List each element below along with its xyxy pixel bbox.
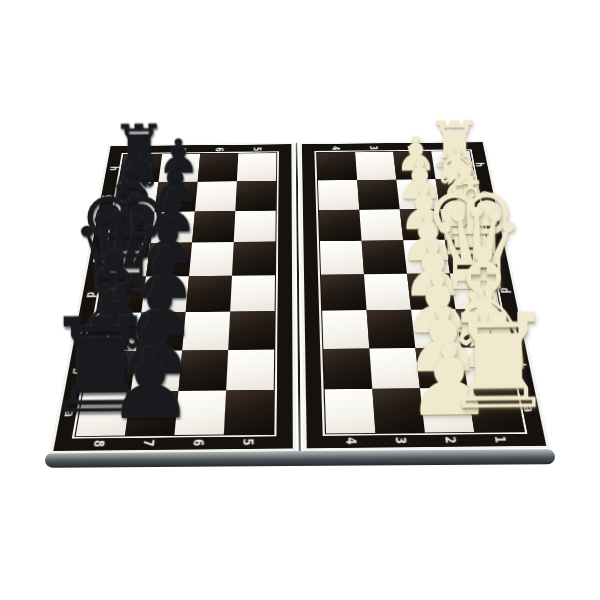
border-cell xyxy=(275,275,293,311)
rank-label-8-back: 8 xyxy=(138,148,149,152)
square-g6[interactable] xyxy=(195,181,237,211)
border-cell: 5 xyxy=(223,434,273,449)
border-cell: 8 xyxy=(73,436,125,451)
square-d5[interactable] xyxy=(230,275,275,311)
border-cell: 3 xyxy=(375,432,426,447)
rank-label-7-front: 7 xyxy=(142,439,157,446)
rank-label-5-front: 5 xyxy=(241,438,255,445)
board-right-half: 4321♟♜h♟♞g♟♝f♟♚e♟♛d♟♝c♟♞b♟♜a4321 xyxy=(299,141,550,451)
square-e5[interactable] xyxy=(232,242,275,276)
border-cell xyxy=(276,153,291,181)
border-cell xyxy=(304,275,322,311)
border-cell: 1 xyxy=(474,431,526,446)
square-h5[interactable] xyxy=(237,153,276,181)
border-cell: 4 xyxy=(326,433,376,448)
rank-label-5-back: 5 xyxy=(252,147,263,151)
rank-label-1-front: 1 xyxy=(493,435,508,442)
white-rook-a1[interactable]: ♜ xyxy=(438,297,556,429)
rank-label-3-back: 3 xyxy=(368,145,379,149)
rank-label-3-front: 3 xyxy=(394,436,409,443)
square-g4[interactable] xyxy=(318,180,359,210)
square-h4[interactable] xyxy=(317,152,357,180)
square-f5[interactable] xyxy=(234,210,276,242)
square-d4[interactable] xyxy=(321,274,367,310)
square-a5[interactable] xyxy=(224,390,274,435)
border-cell xyxy=(274,311,292,349)
square-f4[interactable] xyxy=(319,209,362,241)
square-c4[interactable] xyxy=(322,310,369,349)
square-b4[interactable] xyxy=(323,348,372,389)
rank-label-8-front: 8 xyxy=(92,439,107,446)
border-cell xyxy=(53,436,75,451)
file-label-h-right: h xyxy=(474,162,486,167)
border-cell xyxy=(276,181,292,211)
square-b5[interactable] xyxy=(226,349,274,390)
square-a4[interactable] xyxy=(325,389,376,433)
border-cell xyxy=(275,242,292,276)
border-cell: 7 xyxy=(123,435,174,450)
chess-board: 8765h♜♟g♞♟f♝♟e♚♟d♛♟c♝♟b♞♟a♜♟8765 4321♟♜h… xyxy=(49,141,550,454)
rank-label-2-front: 2 xyxy=(443,436,458,443)
rank-label-6-back: 6 xyxy=(214,147,225,151)
border-cell: 2 xyxy=(425,432,477,447)
square-h3[interactable] xyxy=(355,152,396,180)
square-g5[interactable] xyxy=(235,181,276,211)
square-c5[interactable] xyxy=(228,311,274,350)
square-e4[interactable] xyxy=(320,241,364,275)
border-cell xyxy=(302,152,318,180)
rank-label-7-back: 7 xyxy=(176,147,187,151)
border-cell: 6 xyxy=(173,435,224,450)
rank-label-1-back: 1 xyxy=(444,145,455,149)
border-cell xyxy=(306,390,326,434)
border-cell xyxy=(273,434,293,449)
border-cell xyxy=(305,310,324,348)
border-cell xyxy=(307,434,327,449)
border-cell xyxy=(303,241,321,275)
square-f6[interactable] xyxy=(192,211,235,243)
square-g3[interactable] xyxy=(357,180,400,210)
rank-label-6-front: 6 xyxy=(191,438,205,445)
rank-label-4-back: 4 xyxy=(330,146,341,150)
board-left-half: 8765h♜♟g♞♟f♝♟e♚♟d♛♟c♝♟b♞♟a♜♟8765 xyxy=(49,143,296,454)
border-cell xyxy=(302,180,318,210)
border-cell xyxy=(273,390,293,434)
border-cell xyxy=(276,144,291,153)
border-cell xyxy=(305,349,324,390)
border-cell xyxy=(302,144,317,153)
square-a1[interactable]: ♜ xyxy=(468,388,524,432)
photo-background: 8765h♜♟g♞♟f♝♟e♚♟d♛♟c♝♟b♞♟a♜♟8765 4321♟♜h… xyxy=(0,0,600,600)
black-pawn-a7[interactable]: ♟ xyxy=(105,334,193,432)
border-cell xyxy=(524,431,547,446)
border-cell xyxy=(275,210,291,242)
border-cell xyxy=(303,210,320,242)
file-label-h-left: h xyxy=(108,166,120,171)
square-a7[interactable]: ♟ xyxy=(125,391,178,436)
rank-label-2-back: 2 xyxy=(406,145,417,149)
border-cell xyxy=(274,349,293,390)
square-h6[interactable] xyxy=(198,153,239,181)
rank-label-4-front: 4 xyxy=(344,437,358,444)
